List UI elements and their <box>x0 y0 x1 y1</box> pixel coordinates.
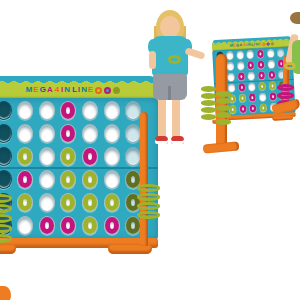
girl-figure <box>148 8 218 148</box>
board-cell <box>79 146 101 167</box>
board-hole <box>17 193 33 212</box>
board-cell <box>237 93 248 103</box>
board-cell <box>248 103 259 113</box>
board-hole <box>104 170 120 189</box>
pink-ring <box>268 71 275 79</box>
board-cell <box>15 146 37 167</box>
board-cell <box>265 48 276 58</box>
board-hole <box>39 193 55 212</box>
pink-ring <box>258 71 265 79</box>
partial-child-figure <box>284 12 300 92</box>
board-cell <box>79 123 101 144</box>
green-ring <box>61 171 75 188</box>
board-cell <box>101 192 123 213</box>
green-stacked-ring <box>216 98 231 104</box>
girl-shorts <box>153 74 187 100</box>
green-ring-stack <box>137 184 160 219</box>
board-hole <box>267 59 275 68</box>
banner-letter: N <box>81 86 87 94</box>
board-cell <box>235 61 246 71</box>
green-ring <box>239 94 246 102</box>
board-hole <box>237 61 245 70</box>
board-cell <box>0 169 15 190</box>
green-stacked-ring <box>137 211 160 219</box>
board-hole <box>39 101 55 120</box>
board-hole <box>227 72 235 81</box>
girl-arm <box>149 51 156 69</box>
green-ring <box>83 217 97 234</box>
board-cell <box>15 192 37 213</box>
green-stacked-ring <box>216 91 231 97</box>
pink-ring <box>249 93 256 101</box>
board-cell <box>36 192 58 213</box>
board-cell <box>247 92 258 102</box>
board-cell <box>101 169 123 190</box>
board-hole <box>246 50 254 59</box>
banner-letter: 4 <box>55 86 59 94</box>
board-hole <box>39 124 55 143</box>
green-stacked-ring <box>216 112 231 118</box>
board-cell <box>247 82 258 92</box>
board-seam <box>0 167 158 169</box>
board-hole <box>60 216 76 235</box>
board-hole <box>238 83 246 92</box>
green-ring <box>269 82 276 90</box>
board-cell <box>256 59 267 69</box>
girl-shoe <box>155 136 168 144</box>
green-ring-stack <box>216 91 231 125</box>
board-hole <box>0 147 12 166</box>
green-ring-stack <box>0 194 12 243</box>
board-cell <box>266 59 277 69</box>
board-hole <box>258 71 266 80</box>
banner-letter: N <box>64 86 70 94</box>
banner-letter: A <box>240 43 243 47</box>
board-hole <box>236 50 244 59</box>
board-hole <box>259 103 267 112</box>
board-cell <box>79 169 101 190</box>
green-stacked-ring <box>137 184 160 192</box>
board-hole <box>249 93 257 102</box>
board-cell <box>36 169 58 190</box>
board-cell <box>58 215 80 236</box>
girl-leg <box>172 100 180 138</box>
pink-ring <box>61 125 75 142</box>
board-hole <box>0 124 12 143</box>
pink-ring <box>240 105 247 113</box>
girl-shoe <box>171 136 184 144</box>
board-hole <box>239 104 247 113</box>
board-cell <box>15 215 37 236</box>
board-cell <box>15 169 37 190</box>
board-cell <box>236 71 247 81</box>
board-cell <box>79 215 101 236</box>
board-hole <box>257 60 265 69</box>
green-ring <box>126 217 140 234</box>
board-hole <box>39 216 55 235</box>
green-stacked-ring <box>137 202 160 210</box>
board-hole <box>82 193 98 212</box>
green-ring <box>18 194 32 211</box>
green-stacked-ring <box>201 86 216 92</box>
board-hole <box>17 147 33 166</box>
board-grid <box>0 98 158 240</box>
front-post-foot <box>203 141 240 153</box>
board-cell <box>101 100 123 121</box>
board-cell <box>36 146 58 167</box>
board-cell <box>0 100 15 121</box>
board-hole <box>256 49 264 58</box>
board-cell <box>235 50 246 60</box>
banner-letter: L <box>72 86 77 94</box>
board-cell <box>0 123 15 144</box>
orange-fragment <box>0 286 11 300</box>
board-hole <box>39 170 55 189</box>
green-ring <box>83 194 97 211</box>
board-hole <box>269 92 277 101</box>
board-hole <box>247 71 255 80</box>
banner-ring-orange <box>262 42 265 45</box>
board-hole <box>259 92 267 101</box>
board-hole <box>0 101 12 120</box>
board-cell <box>246 60 257 70</box>
held-yellow-ring <box>284 62 296 70</box>
board-hole <box>249 104 257 113</box>
banner-ring-green <box>113 87 120 94</box>
pink-stacked-ring <box>277 92 294 99</box>
pink-ring <box>238 72 245 80</box>
green-stacked-ring <box>0 214 12 223</box>
board-cell <box>15 100 37 121</box>
board-hole <box>17 101 33 120</box>
child-hair <box>290 12 300 24</box>
ring-peg <box>140 112 148 246</box>
pink-ring <box>83 148 97 165</box>
board-cell <box>36 215 58 236</box>
green-stacked-ring <box>201 114 216 120</box>
board-hole <box>17 124 33 143</box>
banner-letter: E <box>33 86 38 94</box>
green-ring-stack <box>201 86 216 120</box>
board-hole <box>268 70 276 79</box>
green-stacked-ring <box>201 100 216 106</box>
pink-ring <box>61 217 75 234</box>
board-hole <box>268 81 276 90</box>
green-ring <box>61 194 75 211</box>
front-view: MEGA 4 IN LINE <box>0 76 158 258</box>
board-hole <box>60 193 76 212</box>
board-hole <box>104 216 120 235</box>
board-cell <box>237 82 248 92</box>
banner-letter: I <box>61 86 63 94</box>
board-cell <box>267 81 278 91</box>
banner-letter: E <box>88 86 93 94</box>
banner-letter: N <box>248 43 251 47</box>
banner-ring-orange <box>95 87 102 94</box>
board-cell <box>255 49 266 59</box>
board-hole <box>258 82 266 91</box>
board-cell <box>58 192 80 213</box>
board-hole <box>60 124 76 143</box>
board-hole <box>82 124 98 143</box>
board-cell <box>257 92 268 102</box>
green-stacked-ring <box>0 204 12 213</box>
board-cell <box>36 123 58 144</box>
board-hole <box>247 61 255 70</box>
board-cell <box>226 72 237 82</box>
green-stacked-ring <box>0 194 12 203</box>
board-cell <box>101 215 123 236</box>
green-ring <box>259 82 266 90</box>
board-foot-right <box>108 245 152 254</box>
board-cell <box>258 103 269 113</box>
board-hole <box>267 49 275 58</box>
green-ring <box>83 171 97 188</box>
pink-ring <box>238 83 245 91</box>
board-hole <box>104 147 120 166</box>
board-hole <box>125 124 141 143</box>
board-cell <box>15 123 37 144</box>
board-cell <box>101 123 123 144</box>
board-hole <box>60 170 76 189</box>
board-cell <box>58 100 80 121</box>
banner-ring-magenta <box>104 87 111 94</box>
board-hole <box>82 147 98 166</box>
banner-letter: I <box>78 86 80 94</box>
board-hole <box>82 170 98 189</box>
banner-letter: M <box>26 86 33 94</box>
banner-letter: G <box>40 86 46 94</box>
pink-ring <box>250 104 257 112</box>
green-ring <box>105 194 119 211</box>
board-hole <box>60 147 76 166</box>
pink-ring <box>61 102 75 119</box>
banner-letter: E <box>259 42 262 46</box>
green-stacked-ring <box>216 119 231 125</box>
pink-ring <box>247 61 254 69</box>
board-foot-left <box>0 245 16 254</box>
connect-four-board-angled: MEGA 4 IN LINE <box>212 36 292 40</box>
board-banner: MEGA 4 IN LINE <box>0 81 158 99</box>
board-hole <box>17 170 33 189</box>
pink-ring <box>258 61 265 69</box>
board-foot-right <box>272 115 293 120</box>
board-cell <box>256 70 267 80</box>
board-hole <box>0 170 12 189</box>
board-hole <box>104 101 120 120</box>
board-hole <box>104 124 120 143</box>
board-cell <box>266 70 277 80</box>
girl-face <box>160 16 180 38</box>
board-cell <box>58 169 80 190</box>
board-hole <box>82 101 98 120</box>
board-cell <box>79 192 101 213</box>
board-hole <box>39 147 55 166</box>
board-cell <box>36 100 58 121</box>
board-cell <box>238 104 249 114</box>
green-ring <box>61 148 75 165</box>
board-hole <box>125 147 141 166</box>
green-ring <box>18 148 32 165</box>
girl-leg <box>158 100 166 138</box>
board-hole <box>237 72 245 81</box>
held-green-ring <box>168 55 181 64</box>
board-cell <box>58 123 80 144</box>
board-hole <box>60 101 76 120</box>
board-hole <box>226 51 234 60</box>
board-cell <box>79 100 101 121</box>
banner-ring-magenta <box>267 42 270 45</box>
pink-ring <box>40 217 54 234</box>
banner-letter: A <box>47 86 53 94</box>
pink-ring <box>18 171 32 188</box>
green-stacked-ring <box>201 93 216 99</box>
green-stacked-ring <box>0 224 12 233</box>
board-cell <box>101 146 123 167</box>
board-cell <box>257 81 268 91</box>
board-hole <box>17 216 33 235</box>
product-photo: MEGA 4 IN LINE <box>0 0 300 300</box>
banner-ring-green <box>271 42 274 45</box>
board-hole <box>125 101 141 120</box>
green-ring <box>260 104 267 112</box>
board-cell <box>245 49 256 59</box>
board-hole <box>82 216 98 235</box>
green-stacked-ring <box>216 105 231 111</box>
pink-ring <box>257 50 264 58</box>
pink-ring <box>269 92 276 100</box>
board-hole <box>104 193 120 212</box>
pink-ring <box>105 217 119 234</box>
board-cell <box>0 146 15 167</box>
board-body <box>0 98 158 240</box>
green-stacked-ring <box>0 234 12 243</box>
board-hole <box>227 62 235 71</box>
banner-letter: 4 <box>243 43 245 47</box>
board-hole <box>238 93 246 102</box>
board-cell <box>246 71 257 81</box>
green-stacked-ring <box>201 107 216 113</box>
green-stacked-ring <box>137 193 160 201</box>
board-cell <box>58 146 80 167</box>
board-hole <box>248 82 256 91</box>
